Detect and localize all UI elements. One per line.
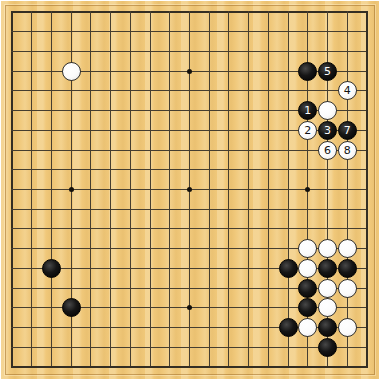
- grid-line-horizontal: [11, 366, 368, 368]
- grid-line-vertical: [209, 11, 210, 368]
- move-number-label: 3: [324, 124, 331, 135]
- stone-white[interactable]: [318, 279, 337, 298]
- grid-line-horizontal: [11, 228, 368, 229]
- move-8-stone-white[interactable]: 8: [338, 141, 357, 160]
- go-board[interactable]: 54123768: [1, 1, 379, 379]
- star-point: [187, 69, 192, 74]
- move-2-stone-white[interactable]: 2: [298, 121, 317, 140]
- move-6-stone-white[interactable]: 6: [318, 141, 337, 160]
- grid-line-horizontal: [11, 209, 368, 210]
- stone-black[interactable]: [42, 259, 61, 278]
- move-number-label: 4: [344, 85, 351, 96]
- stone-black[interactable]: [318, 259, 337, 278]
- star-point: [187, 187, 192, 192]
- stone-white[interactable]: [318, 239, 337, 258]
- star-point: [69, 187, 74, 192]
- stone-white[interactable]: [338, 279, 357, 298]
- move-number-label: 5: [324, 65, 331, 76]
- grid-line-vertical: [347, 11, 348, 368]
- star-point: [187, 305, 192, 310]
- move-4-stone-white[interactable]: 4: [338, 81, 357, 100]
- move-1-stone-black[interactable]: 1: [298, 101, 317, 120]
- stone-white[interactable]: [318, 298, 337, 317]
- stone-black[interactable]: [338, 259, 357, 278]
- grid-line-vertical: [268, 11, 269, 368]
- stone-black[interactable]: [279, 318, 298, 337]
- grid-line-vertical: [366, 11, 368, 368]
- move-7-stone-black[interactable]: 7: [338, 121, 357, 140]
- move-5-stone-black[interactable]: 5: [318, 62, 337, 81]
- stone-white[interactable]: [338, 239, 357, 258]
- stone-black[interactable]: [62, 298, 81, 317]
- move-number-label: 6: [324, 144, 331, 155]
- stone-black[interactable]: [318, 318, 337, 337]
- grid-line-vertical: [248, 11, 249, 368]
- grid-line-vertical: [228, 11, 229, 368]
- star-point: [305, 187, 310, 192]
- stone-black[interactable]: [279, 259, 298, 278]
- move-3-stone-black[interactable]: 3: [318, 121, 337, 140]
- stone-black[interactable]: [298, 279, 317, 298]
- stone-white[interactable]: [338, 318, 357, 337]
- stone-white[interactable]: [62, 62, 81, 81]
- move-number-label: 1: [304, 105, 311, 116]
- grid-line-vertical: [288, 11, 289, 368]
- stone-white[interactable]: [298, 318, 317, 337]
- stone-black[interactable]: [298, 62, 317, 81]
- grid-line-horizontal: [11, 347, 368, 348]
- stone-white[interactable]: [318, 101, 337, 120]
- go-diagram: 54123768: [0, 0, 380, 380]
- move-number-label: 7: [344, 124, 351, 135]
- stone-black[interactable]: [318, 338, 337, 357]
- stone-white[interactable]: [298, 259, 317, 278]
- stone-white[interactable]: [298, 239, 317, 258]
- move-number-label: 2: [304, 124, 311, 135]
- move-number-label: 8: [344, 144, 351, 155]
- stone-black[interactable]: [298, 298, 317, 317]
